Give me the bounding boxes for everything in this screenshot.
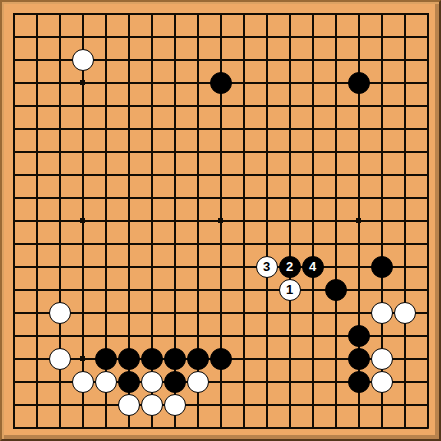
intersection[interactable]: [232, 278, 255, 301]
intersection[interactable]: [140, 416, 163, 439]
intersection[interactable]: [163, 370, 186, 393]
intersection[interactable]: [186, 117, 209, 140]
intersection[interactable]: [209, 416, 232, 439]
intersection[interactable]: [117, 370, 140, 393]
intersection[interactable]: [25, 232, 48, 255]
intersection[interactable]: [232, 2, 255, 25]
intersection[interactable]: [2, 209, 25, 232]
intersection[interactable]: [232, 393, 255, 416]
intersection[interactable]: [2, 25, 25, 48]
intersection[interactable]: [71, 71, 94, 94]
intersection[interactable]: [370, 71, 393, 94]
intersection[interactable]: [186, 324, 209, 347]
intersection[interactable]: [324, 416, 347, 439]
intersection[interactable]: [2, 2, 25, 25]
intersection[interactable]: [416, 71, 439, 94]
intersection[interactable]: 3: [255, 255, 278, 278]
intersection[interactable]: [370, 140, 393, 163]
intersection[interactable]: [324, 278, 347, 301]
intersection[interactable]: [117, 186, 140, 209]
intersection[interactable]: [278, 301, 301, 324]
intersection[interactable]: [324, 186, 347, 209]
intersection[interactable]: [48, 94, 71, 117]
intersection[interactable]: [370, 324, 393, 347]
intersection[interactable]: [393, 255, 416, 278]
intersection[interactable]: [140, 209, 163, 232]
intersection[interactable]: [25, 301, 48, 324]
intersection[interactable]: [232, 25, 255, 48]
intersection[interactable]: [393, 416, 416, 439]
intersection[interactable]: [117, 416, 140, 439]
intersection[interactable]: [347, 71, 370, 94]
intersection[interactable]: [255, 25, 278, 48]
intersection[interactable]: [163, 163, 186, 186]
intersection[interactable]: [48, 48, 71, 71]
intersection[interactable]: [94, 186, 117, 209]
intersection[interactable]: [140, 186, 163, 209]
intersection[interactable]: [324, 301, 347, 324]
intersection[interactable]: [255, 278, 278, 301]
intersection[interactable]: [393, 301, 416, 324]
intersection[interactable]: [94, 25, 117, 48]
intersection[interactable]: [94, 48, 117, 71]
intersection[interactable]: [324, 255, 347, 278]
intersection[interactable]: [163, 278, 186, 301]
intersection[interactable]: [140, 140, 163, 163]
intersection[interactable]: [393, 278, 416, 301]
intersection[interactable]: [209, 71, 232, 94]
intersection[interactable]: [186, 48, 209, 71]
intersection[interactable]: [25, 209, 48, 232]
intersection[interactable]: [209, 2, 232, 25]
intersection[interactable]: 2: [278, 255, 301, 278]
intersection[interactable]: [232, 94, 255, 117]
intersection[interactable]: [140, 255, 163, 278]
intersection[interactable]: [2, 186, 25, 209]
intersection[interactable]: [186, 140, 209, 163]
intersection[interactable]: [117, 324, 140, 347]
intersection[interactable]: [2, 416, 25, 439]
intersection[interactable]: [209, 393, 232, 416]
intersection[interactable]: [163, 48, 186, 71]
intersection[interactable]: [324, 2, 347, 25]
intersection[interactable]: [2, 163, 25, 186]
intersection[interactable]: [301, 140, 324, 163]
intersection[interactable]: [71, 186, 94, 209]
intersection[interactable]: [140, 163, 163, 186]
intersection[interactable]: [232, 232, 255, 255]
intersection[interactable]: [209, 186, 232, 209]
intersection[interactable]: [347, 347, 370, 370]
intersection[interactable]: [140, 370, 163, 393]
intersection[interactable]: [186, 209, 209, 232]
intersection[interactable]: [2, 94, 25, 117]
intersection[interactable]: [71, 347, 94, 370]
intersection[interactable]: [117, 94, 140, 117]
intersection[interactable]: [393, 370, 416, 393]
intersection[interactable]: [186, 301, 209, 324]
intersection[interactable]: [2, 117, 25, 140]
intersection[interactable]: [117, 163, 140, 186]
intersection[interactable]: [163, 2, 186, 25]
intersection[interactable]: [48, 370, 71, 393]
intersection[interactable]: [301, 48, 324, 71]
intersection[interactable]: [163, 25, 186, 48]
intersection[interactable]: [370, 2, 393, 25]
intersection[interactable]: [347, 117, 370, 140]
intersection[interactable]: [416, 163, 439, 186]
intersection[interactable]: [347, 2, 370, 25]
intersection[interactable]: [48, 140, 71, 163]
intersection[interactable]: [255, 370, 278, 393]
intersection[interactable]: [393, 71, 416, 94]
intersection[interactable]: [48, 278, 71, 301]
intersection[interactable]: [232, 301, 255, 324]
intersection[interactable]: [48, 393, 71, 416]
intersection[interactable]: [301, 117, 324, 140]
intersection[interactable]: [209, 117, 232, 140]
intersection[interactable]: [416, 347, 439, 370]
intersection[interactable]: [301, 209, 324, 232]
intersection[interactable]: [2, 324, 25, 347]
intersection[interactable]: [278, 25, 301, 48]
intersection[interactable]: [232, 163, 255, 186]
intersection[interactable]: [416, 186, 439, 209]
intersection[interactable]: [347, 140, 370, 163]
intersection[interactable]: [347, 301, 370, 324]
intersection[interactable]: [94, 416, 117, 439]
intersection[interactable]: [48, 209, 71, 232]
intersection[interactable]: [71, 255, 94, 278]
intersection[interactable]: [416, 255, 439, 278]
intersection[interactable]: [301, 25, 324, 48]
intersection[interactable]: [71, 416, 94, 439]
intersection[interactable]: [140, 117, 163, 140]
intersection[interactable]: [416, 393, 439, 416]
intersection[interactable]: [117, 301, 140, 324]
intersection[interactable]: [94, 324, 117, 347]
intersection[interactable]: [186, 255, 209, 278]
intersection[interactable]: [416, 232, 439, 255]
intersection[interactable]: [255, 186, 278, 209]
intersection[interactable]: [2, 301, 25, 324]
intersection[interactable]: [209, 232, 232, 255]
intersection[interactable]: [163, 186, 186, 209]
intersection[interactable]: [163, 393, 186, 416]
intersection[interactable]: [393, 347, 416, 370]
intersection[interactable]: [278, 186, 301, 209]
intersection[interactable]: [255, 209, 278, 232]
intersection[interactable]: [347, 232, 370, 255]
intersection[interactable]: [347, 25, 370, 48]
intersection[interactable]: [71, 209, 94, 232]
intersection[interactable]: [48, 347, 71, 370]
intersection[interactable]: [278, 71, 301, 94]
intersection[interactable]: [71, 301, 94, 324]
intersection[interactable]: [416, 2, 439, 25]
intersection[interactable]: [278, 163, 301, 186]
intersection[interactable]: [324, 370, 347, 393]
intersection[interactable]: [209, 209, 232, 232]
intersection[interactable]: [393, 186, 416, 209]
intersection[interactable]: [25, 117, 48, 140]
intersection[interactable]: [324, 209, 347, 232]
intersection[interactable]: [25, 255, 48, 278]
intersection[interactable]: [393, 94, 416, 117]
intersection[interactable]: [347, 324, 370, 347]
intersection[interactable]: [163, 117, 186, 140]
intersection[interactable]: [232, 71, 255, 94]
intersection[interactable]: [163, 71, 186, 94]
intersection[interactable]: [117, 48, 140, 71]
intersection[interactable]: [140, 25, 163, 48]
intersection[interactable]: [416, 278, 439, 301]
intersection[interactable]: [117, 255, 140, 278]
intersection[interactable]: [324, 48, 347, 71]
intersection[interactable]: [255, 140, 278, 163]
intersection[interactable]: [94, 2, 117, 25]
intersection[interactable]: [209, 278, 232, 301]
intersection[interactable]: [163, 94, 186, 117]
intersection[interactable]: [117, 209, 140, 232]
intersection[interactable]: [347, 94, 370, 117]
intersection[interactable]: [186, 163, 209, 186]
intersection[interactable]: [186, 370, 209, 393]
intersection[interactable]: [2, 71, 25, 94]
intersection[interactable]: [94, 163, 117, 186]
intersection[interactable]: [25, 71, 48, 94]
intersection[interactable]: [301, 2, 324, 25]
intersection[interactable]: [2, 393, 25, 416]
intersection[interactable]: [393, 209, 416, 232]
intersection[interactable]: [48, 255, 71, 278]
intersection[interactable]: [140, 301, 163, 324]
intersection[interactable]: [209, 140, 232, 163]
intersection[interactable]: [71, 117, 94, 140]
intersection[interactable]: [2, 347, 25, 370]
intersection[interactable]: [416, 416, 439, 439]
intersection[interactable]: [370, 255, 393, 278]
intersection[interactable]: [278, 2, 301, 25]
intersection[interactable]: [278, 416, 301, 439]
intersection[interactable]: [2, 255, 25, 278]
intersection[interactable]: [416, 48, 439, 71]
intersection[interactable]: [71, 370, 94, 393]
intersection[interactable]: [140, 278, 163, 301]
intersection[interactable]: [255, 347, 278, 370]
intersection[interactable]: [71, 393, 94, 416]
intersection[interactable]: [370, 25, 393, 48]
intersection[interactable]: [416, 140, 439, 163]
intersection[interactable]: [416, 209, 439, 232]
intersection[interactable]: [2, 48, 25, 71]
intersection[interactable]: [94, 393, 117, 416]
intersection[interactable]: [71, 94, 94, 117]
intersection[interactable]: [416, 117, 439, 140]
intersection[interactable]: [94, 301, 117, 324]
intersection[interactable]: [2, 140, 25, 163]
intersection[interactable]: [393, 117, 416, 140]
intersection[interactable]: [255, 48, 278, 71]
intersection[interactable]: [393, 48, 416, 71]
intersection[interactable]: [301, 347, 324, 370]
intersection[interactable]: [370, 94, 393, 117]
intersection[interactable]: [186, 2, 209, 25]
intersection[interactable]: [117, 140, 140, 163]
intersection[interactable]: [140, 347, 163, 370]
intersection[interactable]: [2, 232, 25, 255]
intersection[interactable]: [48, 324, 71, 347]
intersection[interactable]: [301, 232, 324, 255]
intersection[interactable]: [186, 278, 209, 301]
intersection[interactable]: [48, 232, 71, 255]
intersection[interactable]: [163, 209, 186, 232]
intersection[interactable]: [163, 232, 186, 255]
intersection[interactable]: [301, 301, 324, 324]
intersection[interactable]: [140, 393, 163, 416]
intersection[interactable]: [416, 25, 439, 48]
intersection[interactable]: [370, 232, 393, 255]
intersection[interactable]: [301, 186, 324, 209]
intersection[interactable]: [278, 140, 301, 163]
intersection[interactable]: [94, 347, 117, 370]
intersection[interactable]: [278, 324, 301, 347]
intersection[interactable]: [25, 324, 48, 347]
intersection[interactable]: [25, 163, 48, 186]
intersection[interactable]: [25, 393, 48, 416]
intersection[interactable]: [186, 71, 209, 94]
intersection[interactable]: [94, 71, 117, 94]
intersection[interactable]: [393, 140, 416, 163]
intersection[interactable]: [209, 301, 232, 324]
intersection[interactable]: [94, 278, 117, 301]
intersection[interactable]: [163, 416, 186, 439]
intersection[interactable]: [186, 186, 209, 209]
intersection[interactable]: [278, 94, 301, 117]
intersection[interactable]: [232, 416, 255, 439]
intersection[interactable]: [25, 48, 48, 71]
intersection[interactable]: [140, 232, 163, 255]
intersection[interactable]: [94, 370, 117, 393]
intersection[interactable]: [232, 140, 255, 163]
intersection[interactable]: 1: [278, 278, 301, 301]
intersection[interactable]: [71, 2, 94, 25]
intersection[interactable]: [255, 163, 278, 186]
intersection[interactable]: [278, 209, 301, 232]
intersection[interactable]: [347, 393, 370, 416]
intersection[interactable]: [48, 163, 71, 186]
intersection[interactable]: [324, 25, 347, 48]
intersection[interactable]: [370, 347, 393, 370]
intersection[interactable]: [255, 117, 278, 140]
intersection[interactable]: [393, 324, 416, 347]
intersection[interactable]: [232, 209, 255, 232]
intersection[interactable]: [71, 324, 94, 347]
intersection[interactable]: [94, 232, 117, 255]
intersection[interactable]: [370, 209, 393, 232]
intersection[interactable]: [255, 324, 278, 347]
intersection[interactable]: [324, 232, 347, 255]
intersection[interactable]: [186, 25, 209, 48]
intersection[interactable]: [324, 94, 347, 117]
intersection[interactable]: [163, 324, 186, 347]
intersection[interactable]: [370, 393, 393, 416]
intersection[interactable]: [186, 393, 209, 416]
intersection[interactable]: [370, 370, 393, 393]
intersection[interactable]: [117, 71, 140, 94]
intersection[interactable]: [186, 232, 209, 255]
intersection[interactable]: [209, 163, 232, 186]
intersection[interactable]: [416, 370, 439, 393]
intersection[interactable]: [48, 71, 71, 94]
intersection[interactable]: [2, 370, 25, 393]
intersection[interactable]: [140, 71, 163, 94]
intersection[interactable]: [324, 393, 347, 416]
intersection[interactable]: [94, 117, 117, 140]
intersection[interactable]: [301, 71, 324, 94]
intersection[interactable]: [71, 25, 94, 48]
intersection[interactable]: [301, 393, 324, 416]
intersection[interactable]: [25, 186, 48, 209]
intersection[interactable]: [232, 48, 255, 71]
intersection[interactable]: [117, 2, 140, 25]
intersection[interactable]: [48, 301, 71, 324]
intersection[interactable]: [255, 301, 278, 324]
intersection[interactable]: [301, 370, 324, 393]
intersection[interactable]: [209, 347, 232, 370]
intersection[interactable]: [209, 370, 232, 393]
intersection[interactable]: [347, 186, 370, 209]
intersection[interactable]: [370, 301, 393, 324]
intersection[interactable]: [94, 209, 117, 232]
intersection[interactable]: [416, 94, 439, 117]
intersection[interactable]: [255, 232, 278, 255]
intersection[interactable]: [48, 416, 71, 439]
intersection[interactable]: [278, 393, 301, 416]
intersection[interactable]: [232, 347, 255, 370]
intersection[interactable]: [186, 94, 209, 117]
intersection[interactable]: [370, 48, 393, 71]
intersection[interactable]: [370, 117, 393, 140]
intersection[interactable]: [117, 347, 140, 370]
intersection[interactable]: [347, 416, 370, 439]
intersection[interactable]: [301, 278, 324, 301]
intersection[interactable]: [347, 278, 370, 301]
go-board[interactable]: 3241: [0, 0, 441, 441]
intersection[interactable]: [301, 416, 324, 439]
intersection[interactable]: [25, 278, 48, 301]
intersection[interactable]: [255, 94, 278, 117]
intersection[interactable]: [324, 347, 347, 370]
intersection[interactable]: [232, 255, 255, 278]
intersection[interactable]: [48, 186, 71, 209]
intersection[interactable]: [25, 2, 48, 25]
intersection[interactable]: [393, 25, 416, 48]
intersection[interactable]: [186, 416, 209, 439]
intersection[interactable]: [232, 324, 255, 347]
intersection[interactable]: [324, 163, 347, 186]
intersection[interactable]: [48, 2, 71, 25]
intersection[interactable]: [25, 140, 48, 163]
intersection[interactable]: [255, 2, 278, 25]
intersection[interactable]: [163, 255, 186, 278]
intersection[interactable]: [370, 186, 393, 209]
intersection[interactable]: [140, 2, 163, 25]
intersection[interactable]: [163, 301, 186, 324]
intersection[interactable]: [324, 117, 347, 140]
intersection[interactable]: [370, 163, 393, 186]
intersection[interactable]: [209, 324, 232, 347]
